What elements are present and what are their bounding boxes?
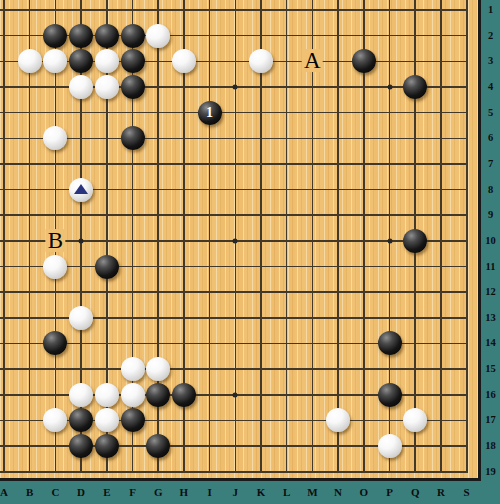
stone-black-D3[interactable] bbox=[69, 49, 93, 73]
column-label-K: K bbox=[253, 486, 269, 498]
grid-line-vertical bbox=[209, 0, 211, 473]
stone-black-F6[interactable] bbox=[121, 126, 145, 150]
row-label-19: 19 bbox=[481, 466, 500, 478]
stone-white-C17[interactable] bbox=[43, 408, 67, 432]
row-label-5: 5 bbox=[481, 107, 500, 119]
stone-black-Q4[interactable] bbox=[403, 75, 427, 99]
grid-line-vertical bbox=[3, 0, 5, 473]
grid-line-horizontal bbox=[0, 368, 468, 370]
row-label-12: 12 bbox=[481, 286, 500, 298]
row-label-1: 1 bbox=[481, 4, 500, 16]
stone-white-K3[interactable] bbox=[249, 49, 273, 73]
column-label-N: N bbox=[330, 486, 346, 498]
stone-white-G2[interactable] bbox=[146, 24, 170, 48]
column-label-M: M bbox=[304, 486, 320, 498]
column-label-O: O bbox=[356, 486, 372, 498]
stone-white-D4[interactable] bbox=[69, 75, 93, 99]
stone-black-F17[interactable] bbox=[121, 408, 145, 432]
row-label-10: 10 bbox=[481, 235, 500, 247]
row-label-8: 8 bbox=[481, 184, 500, 196]
column-label-C: C bbox=[47, 486, 63, 498]
stone-black-D18[interactable] bbox=[69, 434, 93, 458]
stone-white-E16[interactable] bbox=[95, 383, 119, 407]
stone-black-I5[interactable]: 1 bbox=[198, 101, 222, 125]
grid-line-horizontal bbox=[0, 9, 468, 11]
column-label-S: S bbox=[459, 486, 475, 498]
stone-white-D13[interactable] bbox=[69, 306, 93, 330]
grid-line-vertical bbox=[235, 0, 237, 473]
stone-white-P18[interactable] bbox=[378, 434, 402, 458]
move-number-label: 1 bbox=[206, 106, 213, 120]
stone-white-E17[interactable] bbox=[95, 408, 119, 432]
row-label-13: 13 bbox=[481, 312, 500, 324]
grid-line-vertical bbox=[337, 0, 339, 473]
stone-white-F16[interactable] bbox=[121, 383, 145, 407]
column-label-A: A bbox=[0, 486, 12, 498]
stone-black-G18[interactable] bbox=[146, 434, 170, 458]
annotation-letter-A: A bbox=[302, 49, 323, 72]
stone-white-E4[interactable] bbox=[95, 75, 119, 99]
stone-white-D16[interactable] bbox=[69, 383, 93, 407]
grid-line-horizontal bbox=[0, 138, 468, 140]
column-label-R: R bbox=[433, 486, 449, 498]
star-point bbox=[233, 392, 238, 397]
row-label-16: 16 bbox=[481, 389, 500, 401]
stone-black-G16[interactable] bbox=[146, 383, 170, 407]
stone-black-F4[interactable] bbox=[121, 75, 145, 99]
stone-black-D17[interactable] bbox=[69, 408, 93, 432]
row-label-6: 6 bbox=[481, 132, 500, 144]
grid-line-horizontal bbox=[0, 163, 468, 165]
stone-black-P16[interactable] bbox=[378, 383, 402, 407]
row-label-14: 14 bbox=[481, 337, 500, 349]
star-point bbox=[233, 84, 238, 89]
go-diagram: 1AB 12345678910111213141516171819 ABCDEF… bbox=[0, 0, 500, 504]
column-label-H: H bbox=[176, 486, 192, 498]
grid-line-horizontal bbox=[0, 291, 468, 293]
triangle-marker bbox=[74, 184, 88, 194]
star-point bbox=[233, 238, 238, 243]
row-label-18: 18 bbox=[481, 440, 500, 452]
column-label-D: D bbox=[73, 486, 89, 498]
column-label-F: F bbox=[125, 486, 141, 498]
stone-black-C2[interactable] bbox=[43, 24, 67, 48]
stone-white-Q17[interactable] bbox=[403, 408, 427, 432]
grid-line-horizontal bbox=[0, 471, 468, 473]
row-labels-strip: 12345678910111213141516171819 bbox=[481, 0, 500, 504]
row-label-2: 2 bbox=[481, 30, 500, 42]
row-label-11: 11 bbox=[481, 261, 500, 273]
column-label-L: L bbox=[279, 486, 295, 498]
stone-white-D8[interactable] bbox=[69, 178, 93, 202]
stone-black-E18[interactable] bbox=[95, 434, 119, 458]
stone-black-E2[interactable] bbox=[95, 24, 119, 48]
row-label-3: 3 bbox=[481, 55, 500, 67]
column-label-P: P bbox=[382, 486, 398, 498]
stone-black-C14[interactable] bbox=[43, 331, 67, 355]
row-label-4: 4 bbox=[481, 81, 500, 93]
row-label-9: 9 bbox=[481, 209, 500, 221]
stone-white-C3[interactable] bbox=[43, 49, 67, 73]
stone-black-D2[interactable] bbox=[69, 24, 93, 48]
column-label-J: J bbox=[227, 486, 243, 498]
column-label-G: G bbox=[150, 486, 166, 498]
column-label-B: B bbox=[22, 486, 38, 498]
column-label-I: I bbox=[202, 486, 218, 498]
stone-black-E11[interactable] bbox=[95, 255, 119, 279]
stone-white-C6[interactable] bbox=[43, 126, 67, 150]
grid-line-horizontal bbox=[0, 112, 468, 114]
grid-line-vertical bbox=[440, 0, 442, 473]
row-label-7: 7 bbox=[481, 158, 500, 170]
stone-white-B3[interactable] bbox=[18, 49, 42, 73]
stone-white-N17[interactable] bbox=[326, 408, 350, 432]
stone-black-Q10[interactable] bbox=[403, 229, 427, 253]
column-labels-strip: ABCDEFGHIJKLMNOPQRS bbox=[0, 481, 481, 504]
stone-white-E3[interactable] bbox=[95, 49, 119, 73]
grid-line-vertical bbox=[466, 0, 468, 473]
row-label-15: 15 bbox=[481, 363, 500, 375]
star-point bbox=[387, 238, 392, 243]
grid-line-vertical bbox=[286, 0, 288, 473]
column-label-E: E bbox=[99, 486, 115, 498]
stone-white-H3[interactable] bbox=[172, 49, 196, 73]
stone-black-O3[interactable] bbox=[352, 49, 376, 73]
stone-black-F3[interactable] bbox=[121, 49, 145, 73]
stone-white-F15[interactable] bbox=[121, 357, 145, 381]
grid-line-horizontal bbox=[0, 266, 468, 268]
stone-black-F2[interactable] bbox=[121, 24, 145, 48]
stone-black-P14[interactable] bbox=[378, 331, 402, 355]
row-label-17: 17 bbox=[481, 414, 500, 426]
stone-white-G15[interactable] bbox=[146, 357, 170, 381]
grid-line-horizontal bbox=[0, 214, 468, 216]
star-point bbox=[387, 84, 392, 89]
stone-black-H16[interactable] bbox=[172, 383, 196, 407]
go-board[interactable]: 1AB bbox=[0, 0, 481, 481]
annotation-letter-B: B bbox=[46, 229, 65, 252]
star-point bbox=[79, 238, 84, 243]
stone-white-C11[interactable] bbox=[43, 255, 67, 279]
column-label-Q: Q bbox=[407, 486, 423, 498]
